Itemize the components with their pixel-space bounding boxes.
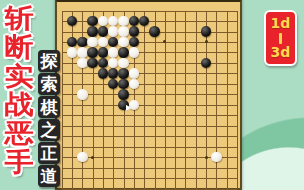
star-point — [205, 156, 208, 159]
white-stone — [129, 47, 140, 58]
grid-line-horizontal — [62, 178, 237, 179]
go-board — [55, 0, 242, 190]
grid-line-horizontal — [62, 11, 237, 12]
star-point — [163, 40, 166, 43]
sub-slogan-banner: 探索棋之正道 — [38, 50, 62, 188]
black-stone — [139, 16, 150, 27]
black-stone — [98, 26, 109, 37]
white-stone — [77, 152, 88, 163]
white-stone — [77, 47, 88, 58]
white-stone — [77, 89, 88, 100]
rank-badge: 1d 3d — [264, 10, 297, 66]
white-stone — [211, 152, 222, 163]
white-stone — [118, 26, 129, 37]
black-stone — [201, 26, 212, 37]
white-stone — [108, 16, 119, 27]
black-stone — [201, 58, 212, 69]
grid-line-vertical — [144, 11, 145, 189]
grid-line-vertical — [155, 11, 156, 189]
black-stone — [87, 47, 98, 58]
grid-line-horizontal — [62, 94, 237, 95]
black-stone — [67, 37, 78, 48]
white-stone — [118, 37, 129, 48]
grid-line-vertical — [175, 11, 176, 189]
rank-top-label: 1d — [271, 16, 291, 31]
black-stone — [108, 79, 119, 90]
black-stone — [129, 37, 140, 48]
grid-line-horizontal — [62, 189, 237, 190]
black-stone — [118, 79, 129, 90]
thumbnail: 斩断实战恶手 探索棋之正道 1d 3d — [0, 0, 304, 190]
white-stone — [108, 58, 119, 69]
white-stone — [118, 16, 129, 27]
star-point — [205, 40, 208, 43]
rank-divider — [279, 33, 282, 44]
left-slogan-banner: 斩断实战恶手 — [0, 4, 37, 177]
black-stone — [129, 16, 140, 27]
black-stone — [98, 58, 109, 69]
grid-line-vertical — [185, 11, 186, 189]
white-stone — [129, 79, 140, 90]
slogan-char: 战 — [4, 90, 33, 119]
star-point — [91, 156, 94, 159]
grid-line-vertical — [196, 11, 197, 189]
grid-line-vertical — [165, 11, 166, 189]
black-stone — [129, 26, 140, 37]
slogan-char: 恶 — [4, 119, 33, 148]
black-stone — [118, 47, 129, 58]
white-stone — [98, 16, 109, 27]
white-stone — [108, 26, 119, 37]
sub-slogan-char-tile: 探 — [38, 50, 60, 72]
white-stone — [87, 37, 98, 48]
grid-line-horizontal — [62, 126, 237, 127]
black-stone — [98, 68, 109, 79]
white-stone — [77, 58, 88, 69]
black-stone — [87, 26, 98, 37]
grid-line-horizontal — [62, 84, 237, 85]
grid-line-vertical — [206, 11, 207, 189]
grid-line-vertical — [227, 11, 228, 189]
grid-line-horizontal — [62, 73, 237, 74]
grid-line-horizontal — [62, 115, 237, 116]
black-stone — [87, 58, 98, 69]
sub-slogan-char-tile: 道 — [38, 165, 60, 187]
slogan-char: 实 — [4, 62, 33, 91]
sub-slogan-char-tile: 索 — [38, 73, 60, 95]
white-stone — [118, 58, 129, 69]
sub-slogan-char-tile: 之 — [38, 119, 60, 141]
black-stone — [118, 89, 129, 100]
grid-line-vertical — [237, 11, 238, 189]
black-stone — [118, 68, 129, 79]
white-stone — [129, 68, 140, 79]
slogan-char: 斩 — [4, 4, 33, 33]
grid-line-horizontal — [62, 105, 237, 106]
black-stone — [108, 68, 119, 79]
rank-bottom-label: 3d — [271, 45, 291, 60]
white-stone — [129, 100, 140, 111]
white-stone — [108, 47, 119, 58]
black-stone — [98, 47, 109, 58]
white-stone — [67, 47, 78, 58]
black-stone — [108, 37, 119, 48]
sub-slogan-char-tile: 棋 — [38, 96, 60, 118]
sub-slogan-char-tile: 正 — [38, 142, 60, 164]
white-stone — [98, 37, 109, 48]
slogan-char: 断 — [4, 33, 33, 62]
black-stone — [87, 16, 98, 27]
grid-line-horizontal — [62, 168, 237, 169]
black-stone — [118, 100, 129, 111]
black-stone — [67, 16, 78, 27]
grid-line-horizontal — [62, 136, 237, 137]
black-stone — [149, 26, 160, 37]
black-stone — [77, 37, 88, 48]
slogan-char: 手 — [4, 148, 33, 177]
grid-line-horizontal — [62, 147, 237, 148]
